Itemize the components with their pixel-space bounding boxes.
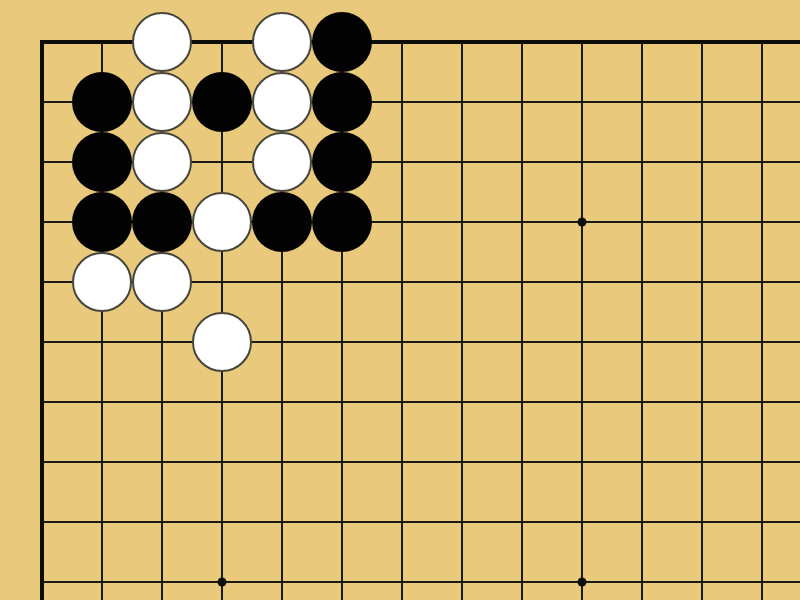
white-stone-D16 bbox=[192, 192, 252, 252]
black-stone-E16 bbox=[252, 192, 312, 252]
white-stone-C17 bbox=[132, 132, 192, 192]
white-stone-C18 bbox=[132, 72, 192, 132]
white-stone-E18 bbox=[252, 72, 312, 132]
black-stone-C16 bbox=[132, 192, 192, 252]
white-stone-C19 bbox=[132, 12, 192, 72]
black-stone-F19 bbox=[312, 12, 372, 72]
go-board bbox=[0, 0, 800, 600]
black-stone-D18 bbox=[192, 72, 252, 132]
white-stone-B15 bbox=[72, 252, 132, 312]
white-stone-E17 bbox=[252, 132, 312, 192]
white-stone-D14 bbox=[192, 312, 252, 372]
white-stone-C15 bbox=[132, 252, 192, 312]
white-stone-E19 bbox=[252, 12, 312, 72]
black-stone-F18 bbox=[312, 72, 372, 132]
stone-grid bbox=[12, 12, 792, 600]
black-stone-F16 bbox=[312, 192, 372, 252]
black-stone-F17 bbox=[312, 132, 372, 192]
board-surface[interactable] bbox=[0, 0, 800, 600]
black-stone-B16 bbox=[72, 192, 132, 252]
black-stone-B18 bbox=[72, 72, 132, 132]
black-stone-B17 bbox=[72, 132, 132, 192]
